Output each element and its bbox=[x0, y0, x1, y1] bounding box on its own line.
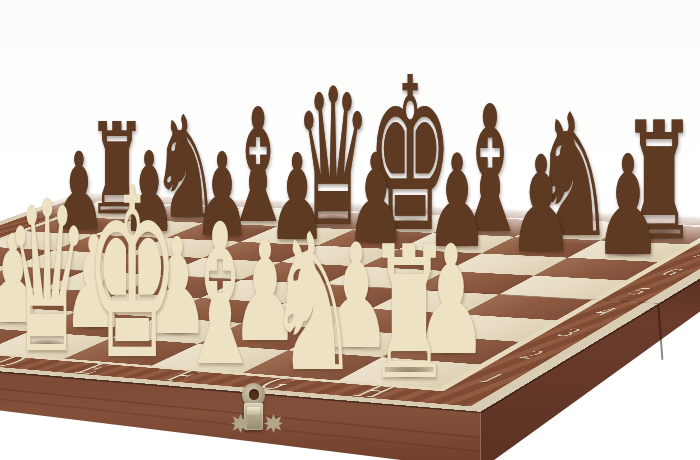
piece-white-rook-h1: ♜ bbox=[366, 222, 451, 405]
clasp-right-star-plate bbox=[264, 414, 283, 433]
clasp-keeper-bar bbox=[247, 407, 260, 415]
piece-white-queen-d1: ♛ bbox=[5, 174, 89, 382]
clasp-left-star-plate bbox=[231, 414, 250, 433]
pieces-layer: ♜♞♝♛♚♟♝♟♞♟♜♟♟♟♟♟♟♟♟♟♜♟♞♟♝♟♛♟♚♝♞♜ bbox=[0, 0, 700, 460]
piece-white-king-e1: ♚ bbox=[84, 159, 179, 394]
piece-black-pawn-h7: ♟ bbox=[594, 137, 662, 275]
piece-white-bishop-f1: ♝ bbox=[176, 198, 263, 393]
piece-white-bishop-c1: ♝ bbox=[0, 197, 4, 369]
brass-clasp bbox=[233, 383, 291, 449]
chess-set-photo: ABCDEFGH12345678 ♜♞♝♛♚♟♝♟♞♟♜♟♟♟♟♟♟♟♟♟♜♟♞… bbox=[0, 0, 700, 460]
clasp-ring-hole bbox=[249, 389, 259, 400]
piece-white-knight-g1: ♞ bbox=[266, 210, 359, 400]
piece-black-pawn-g7: ♟ bbox=[508, 138, 574, 271]
